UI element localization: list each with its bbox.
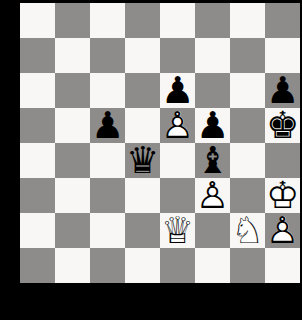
square-c6[interactable] <box>90 73 125 108</box>
square-e6[interactable]: ♟ <box>160 73 195 108</box>
square-h2[interactable]: ♟♙ <box>265 213 300 248</box>
black-pawn-glyph: ♟ <box>265 73 300 108</box>
square-b8[interactable] <box>55 3 90 38</box>
piece-black-bishop-f4[interactable]: ♝ <box>195 143 230 178</box>
black-pawn-glyph: ♟ <box>195 108 230 143</box>
white-king-fill-glyph: ♚ <box>265 178 300 213</box>
square-d6[interactable] <box>125 73 160 108</box>
piece-black-king-h5[interactable]: ♚ <box>265 108 300 143</box>
square-f2[interactable] <box>195 213 230 248</box>
piece-white-queen-e2[interactable]: ♛♕ <box>160 213 195 248</box>
square-h3[interactable]: ♚♔ <box>265 178 300 213</box>
black-bishop-glyph: ♝ <box>195 143 230 178</box>
white-king-outline-glyph: ♔ <box>265 178 300 213</box>
square-a8[interactable] <box>20 3 55 38</box>
square-d2[interactable] <box>125 213 160 248</box>
piece-white-knight-g2[interactable]: ♞♘ <box>230 213 265 248</box>
square-a7[interactable] <box>20 38 55 73</box>
piece-black-queen-d4[interactable]: ♛ <box>125 143 160 178</box>
square-d7[interactable] <box>125 38 160 73</box>
white-pawn-fill-glyph: ♟ <box>195 178 230 213</box>
white-knight-fill-glyph: ♞ <box>230 213 265 248</box>
square-f7[interactable] <box>195 38 230 73</box>
white-pawn-outline-glyph: ♙ <box>160 108 195 143</box>
white-pawn-fill-glyph: ♟ <box>160 108 195 143</box>
square-b3[interactable] <box>55 178 90 213</box>
square-a1[interactable] <box>20 248 55 283</box>
square-c1[interactable] <box>90 248 125 283</box>
square-c8[interactable] <box>90 3 125 38</box>
black-king-glyph: ♚ <box>265 108 300 143</box>
square-h1[interactable] <box>265 248 300 283</box>
square-g6[interactable] <box>230 73 265 108</box>
square-d4[interactable]: ♛ <box>125 143 160 178</box>
square-b1[interactable] <box>55 248 90 283</box>
board-frame: ♟♟♟♟♙♟♚♛♝♟♙♚♔♛♕♞♘♟♙ <box>0 0 302 320</box>
square-c2[interactable] <box>90 213 125 248</box>
square-f5[interactable]: ♟ <box>195 108 230 143</box>
square-c5[interactable]: ♟ <box>90 108 125 143</box>
square-d3[interactable] <box>125 178 160 213</box>
square-g8[interactable] <box>230 3 265 38</box>
square-e1[interactable] <box>160 248 195 283</box>
square-f6[interactable] <box>195 73 230 108</box>
square-b5[interactable] <box>55 108 90 143</box>
white-pawn-outline-glyph: ♙ <box>195 178 230 213</box>
square-b2[interactable] <box>55 213 90 248</box>
square-f8[interactable] <box>195 3 230 38</box>
square-b6[interactable] <box>55 73 90 108</box>
piece-white-pawn-e5[interactable]: ♟♙ <box>160 108 195 143</box>
white-pawn-fill-glyph: ♟ <box>265 213 300 248</box>
square-a5[interactable] <box>20 108 55 143</box>
square-e8[interactable] <box>160 3 195 38</box>
piece-black-pawn-c5[interactable]: ♟ <box>90 108 125 143</box>
square-h7[interactable] <box>265 38 300 73</box>
piece-white-pawn-f3[interactable]: ♟♙ <box>195 178 230 213</box>
square-d5[interactable] <box>125 108 160 143</box>
square-b4[interactable] <box>55 143 90 178</box>
square-g3[interactable] <box>230 178 265 213</box>
square-h4[interactable] <box>265 143 300 178</box>
square-f1[interactable] <box>195 248 230 283</box>
square-e3[interactable] <box>160 178 195 213</box>
chess-board: ♟♟♟♟♙♟♚♛♝♟♙♚♔♛♕♞♘♟♙ <box>20 3 300 283</box>
square-g1[interactable] <box>230 248 265 283</box>
square-a2[interactable] <box>20 213 55 248</box>
square-c7[interactable] <box>90 38 125 73</box>
square-g5[interactable] <box>230 108 265 143</box>
square-a3[interactable] <box>20 178 55 213</box>
piece-white-king-h3[interactable]: ♚♔ <box>265 178 300 213</box>
square-e5[interactable]: ♟♙ <box>160 108 195 143</box>
square-g2[interactable]: ♞♘ <box>230 213 265 248</box>
square-g4[interactable] <box>230 143 265 178</box>
white-pawn-outline-glyph: ♙ <box>265 213 300 248</box>
square-d8[interactable] <box>125 3 160 38</box>
white-queen-outline-glyph: ♕ <box>160 213 195 248</box>
piece-white-pawn-h2[interactable]: ♟♙ <box>265 213 300 248</box>
square-e4[interactable] <box>160 143 195 178</box>
black-queen-glyph: ♛ <box>125 143 160 178</box>
square-h8[interactable] <box>265 3 300 38</box>
square-e7[interactable] <box>160 38 195 73</box>
black-pawn-glyph: ♟ <box>160 73 195 108</box>
piece-black-pawn-e6[interactable]: ♟ <box>160 73 195 108</box>
white-knight-outline-glyph: ♘ <box>230 213 265 248</box>
square-g7[interactable] <box>230 38 265 73</box>
square-h6[interactable]: ♟ <box>265 73 300 108</box>
square-a6[interactable] <box>20 73 55 108</box>
square-a4[interactable] <box>20 143 55 178</box>
square-d1[interactable] <box>125 248 160 283</box>
square-h5[interactable]: ♚ <box>265 108 300 143</box>
square-c3[interactable] <box>90 178 125 213</box>
piece-black-pawn-h6[interactable]: ♟ <box>265 73 300 108</box>
square-c4[interactable] <box>90 143 125 178</box>
square-f4[interactable]: ♝ <box>195 143 230 178</box>
piece-black-pawn-f5[interactable]: ♟ <box>195 108 230 143</box>
black-pawn-glyph: ♟ <box>90 108 125 143</box>
white-queen-fill-glyph: ♛ <box>160 213 195 248</box>
square-b7[interactable] <box>55 38 90 73</box>
square-e2[interactable]: ♛♕ <box>160 213 195 248</box>
square-f3[interactable]: ♟♙ <box>195 178 230 213</box>
